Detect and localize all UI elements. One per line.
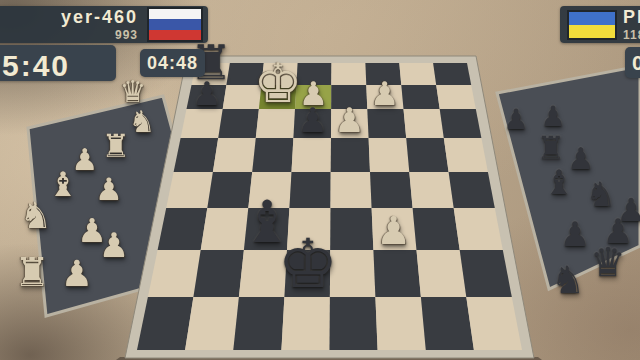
- captured-white-pawn: ♟: [61, 256, 93, 292]
- piece-black-pawn[interactable]: ♟: [297, 105, 327, 139]
- player-left-name: yer-460: [61, 8, 138, 26]
- clock-left-main-value: 5:40: [2, 49, 70, 83]
- captured-white-rook: ♜: [14, 252, 50, 292]
- square-h4[interactable]: [449, 172, 495, 208]
- player-left-rating: 993: [115, 29, 138, 41]
- square-h2[interactable]: [460, 250, 512, 297]
- captured-black-knight: ♞: [551, 261, 585, 299]
- square-b5[interactable]: [213, 138, 256, 172]
- square-h5[interactable]: [444, 138, 488, 172]
- square-g2[interactable]: [417, 250, 467, 297]
- clock-left-main: 5:40: [0, 45, 116, 81]
- square-a3[interactable]: [158, 208, 208, 250]
- captured-black-pawn: ♟: [540, 103, 565, 131]
- captured-black-pawn: ♟: [560, 217, 590, 251]
- square-g6[interactable]: [404, 109, 444, 138]
- piece-white-pawn[interactable]: ♟: [376, 212, 411, 251]
- captured-black-knight: ♞: [586, 177, 616, 211]
- captured-black-rook: ♜: [537, 132, 566, 164]
- clock-right-value: 0: [632, 51, 640, 75]
- clock-right: 0: [625, 47, 640, 78]
- square-g1[interactable]: [421, 297, 474, 350]
- captured-white-bishop: ♝: [48, 167, 78, 201]
- captured-white-knight: ♞: [129, 107, 156, 137]
- square-f5[interactable]: [369, 138, 410, 172]
- square-g5[interactable]: [406, 138, 448, 172]
- square-h6[interactable]: [440, 109, 482, 138]
- square-d4[interactable]: [289, 172, 330, 208]
- square-f6[interactable]: [367, 109, 406, 138]
- piece-white-king[interactable]: ♚: [254, 57, 302, 111]
- player-right-rating: 1182: [623, 29, 640, 41]
- square-e4[interactable]: [331, 172, 372, 208]
- square-c5[interactable]: [252, 138, 293, 172]
- square-b2[interactable]: [193, 250, 244, 297]
- square-a4[interactable]: [166, 172, 213, 208]
- square-e8[interactable]: [331, 63, 366, 85]
- square-g7[interactable]: [401, 85, 439, 109]
- ukraine-flag-icon: [567, 10, 617, 40]
- piece-black-king[interactable]: ♚: [278, 231, 338, 298]
- square-h8[interactable]: [433, 63, 471, 85]
- square-c1[interactable]: [233, 297, 284, 350]
- square-a5[interactable]: [174, 138, 219, 172]
- piece-black-pawn[interactable]: ♟: [192, 77, 221, 110]
- player-right-namebox: Pla 1182: [560, 6, 640, 43]
- square-g3[interactable]: [413, 208, 460, 250]
- player-right-name: Pla: [623, 8, 640, 26]
- square-f2[interactable]: [373, 250, 421, 297]
- square-e1[interactable]: [330, 297, 378, 350]
- piece-white-pawn[interactable]: ♟: [334, 105, 364, 139]
- player-left-namebox: yer-460 993: [0, 6, 208, 43]
- piece-white-pawn[interactable]: ♟: [370, 77, 399, 110]
- square-b1[interactable]: [185, 297, 239, 350]
- square-h3[interactable]: [454, 208, 503, 250]
- captured-white-pawn: ♟: [99, 228, 129, 262]
- captured-black-bishop: ♝: [544, 165, 574, 199]
- russia-flag-icon: [147, 7, 203, 42]
- captured-white-rook: ♜: [102, 130, 131, 162]
- square-d5[interactable]: [292, 138, 332, 172]
- clock-left-secondary-value: 04:48: [147, 53, 198, 74]
- square-f1[interactable]: [375, 297, 425, 350]
- clock-left-secondary: 04:48: [140, 49, 205, 77]
- square-e5[interactable]: [331, 138, 370, 172]
- square-g8[interactable]: [399, 63, 436, 85]
- captured-black-pawn: ♟: [503, 106, 528, 134]
- square-h7[interactable]: [436, 85, 476, 109]
- square-f4[interactable]: [370, 172, 413, 208]
- square-d1[interactable]: [281, 297, 330, 350]
- captured-white-pawn: ♟: [95, 174, 123, 205]
- game-screen: ♜♛♟♚♟♟♟♟♞♟♟♜♜♟♟♝♝♟♞♟♞♟♟♟♟♝♟♛♜♟♞♚ yer-460…: [0, 0, 640, 360]
- captured-black-queen: ♛: [590, 242, 626, 282]
- captured-white-knight: ♞: [20, 198, 52, 234]
- square-a6[interactable]: [181, 109, 223, 138]
- captured-white-queen: ♛: [120, 77, 147, 107]
- square-g4[interactable]: [409, 172, 453, 208]
